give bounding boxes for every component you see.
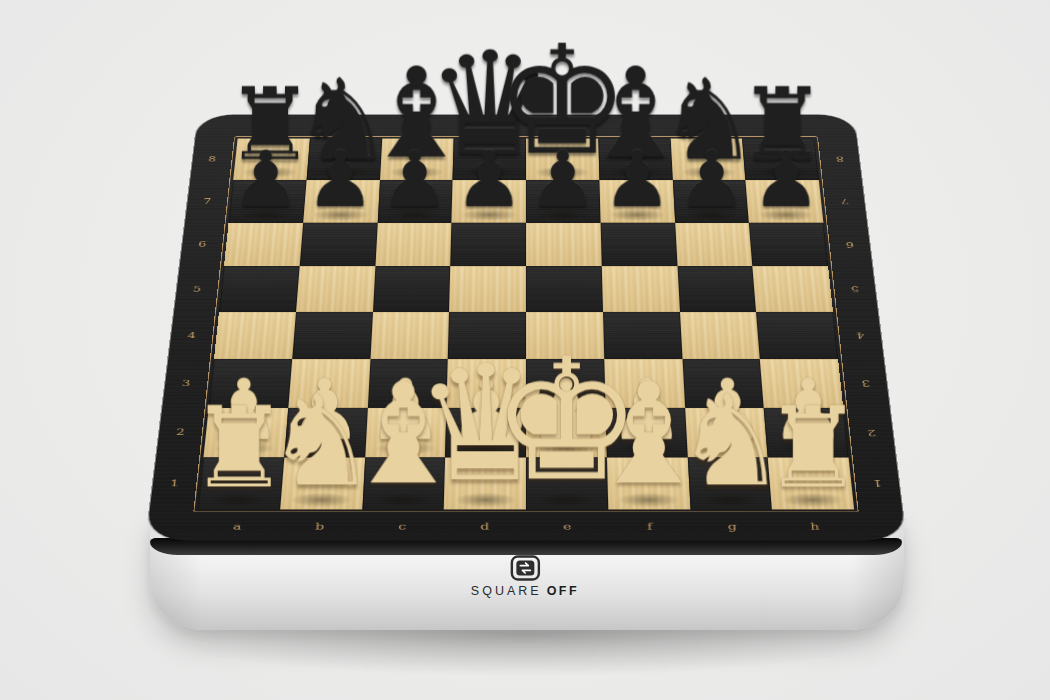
square-a4	[214, 312, 296, 359]
rank-label-left-4: 4	[168, 312, 215, 359]
square-e6	[526, 223, 602, 267]
black-pawn-d7: ♟	[454, 141, 523, 218]
square-e5	[526, 267, 603, 312]
square-b7: ♟	[303, 180, 380, 223]
square-e7: ♟	[526, 180, 600, 223]
product-photo-stage: 87654321 87654321 abcdefgh ♜♞♝♛♚♝♞♜♟♟♟♟♟…	[0, 0, 1050, 700]
square-g6	[675, 223, 753, 267]
square-f7: ♟	[599, 180, 674, 223]
square-f5	[602, 267, 680, 312]
square-g1: ♞	[687, 458, 772, 510]
square-g5	[677, 267, 756, 312]
black-pawn-e7: ♟	[528, 141, 597, 218]
square-a5	[219, 267, 299, 312]
rank-label-right-7: 7	[823, 180, 867, 223]
rank-label-right-4: 4	[837, 312, 884, 359]
white-rook-h1: ♜	[762, 392, 862, 504]
square-h6	[749, 223, 828, 267]
black-pawn-a7: ♟	[232, 141, 301, 218]
squareoff-logo: SQUAREOFF	[471, 555, 579, 598]
file-label-e: e	[526, 512, 609, 541]
rank-label-right-5: 5	[832, 267, 878, 312]
swap-arrows-icon	[509, 555, 540, 581]
board-frame-line: ♜♞♝♛♚♝♞♜♟♟♟♟♟♟♟♟♟♟♟♟♟♟♟♟♜♞♝♛♚♝♞♜	[193, 136, 858, 512]
black-pawn-b7: ♟	[306, 141, 375, 218]
brand-name-primary: SQUARE	[471, 584, 542, 598]
file-label-b: b	[277, 512, 361, 541]
brand-name-secondary: OFF	[547, 584, 580, 598]
square-h7: ♟	[746, 180, 824, 223]
file-label-f: f	[608, 512, 692, 541]
black-pawn-c7: ♟	[380, 141, 449, 218]
rank-label-right-6: 6	[827, 223, 872, 267]
square-d5	[449, 267, 526, 312]
rank-label-left-5: 5	[174, 267, 220, 312]
square-h5	[753, 267, 833, 312]
square-c6	[375, 223, 452, 267]
chess-board-top: 87654321 87654321 abcdefgh ♜♞♝♛♚♝♞♜♟♟♟♟♟…	[146, 115, 906, 541]
file-label-d: d	[443, 512, 526, 541]
brand-name: SQUAREOFF	[471, 584, 579, 598]
file-label-g: g	[690, 512, 774, 541]
square-d7: ♟	[452, 180, 526, 223]
square-h1: ♜	[768, 458, 854, 510]
square-b6	[299, 223, 377, 267]
rank-label-left-7: 7	[185, 180, 229, 223]
board-grid: ♜♞♝♛♚♝♞♜♟♟♟♟♟♟♟♟♟♟♟♟♟♟♟♟♜♞♝♛♚♝♞♜	[198, 138, 854, 509]
square-c5	[373, 267, 451, 312]
file-labels-bottom: abcdefgh	[194, 512, 857, 541]
square-b5	[296, 267, 375, 312]
black-pawn-f7: ♟	[603, 141, 672, 218]
square-g7: ♟	[672, 180, 749, 223]
black-pawn-h7: ♟	[751, 141, 820, 218]
square-c7: ♟	[377, 180, 452, 223]
file-label-h: h	[772, 512, 857, 541]
square-a6	[224, 223, 303, 267]
rank-label-left-6: 6	[180, 223, 225, 267]
black-pawn-g7: ♟	[677, 141, 746, 218]
square-d6	[450, 223, 526, 267]
square-f6	[600, 223, 677, 267]
file-label-c: c	[360, 512, 444, 541]
square-a7: ♟	[229, 180, 307, 223]
rank-label-right-8: 8	[818, 138, 862, 179]
square-h4	[756, 312, 838, 359]
file-label-a: a	[194, 512, 279, 541]
